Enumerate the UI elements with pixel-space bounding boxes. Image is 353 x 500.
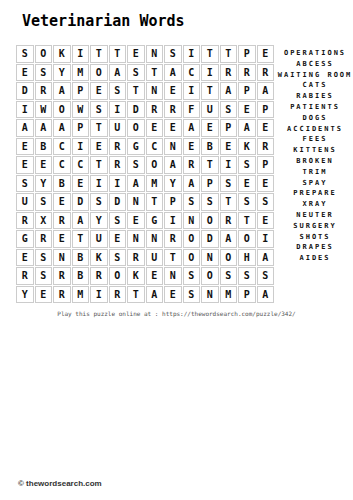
grid-cell[interactable]: E <box>16 156 34 174</box>
grid-cell[interactable]: P <box>257 156 275 174</box>
grid-cell[interactable]: P <box>220 119 238 137</box>
grid-cell[interactable]: I <box>183 82 201 100</box>
word-list-item: PATIENTS <box>277 102 353 113</box>
grid-cell[interactable]: N <box>164 267 182 285</box>
grid-cell[interactable]: E <box>238 175 256 193</box>
grid-cell[interactable]: S <box>183 286 201 304</box>
word-list-item: FEES <box>277 134 353 145</box>
grid-cell[interactable]: O <box>109 267 127 285</box>
grid-cell[interactable]: T <box>90 45 108 63</box>
grid-cell[interactable]: I <box>183 45 201 63</box>
grid-cell[interactable]: K <box>90 249 108 267</box>
grid-cell[interactable]: O <box>127 119 145 137</box>
grid-cell[interactable]: S <box>109 212 127 230</box>
word-list-item: SHOTS <box>277 232 353 243</box>
grid-cell[interactable]: E <box>72 175 90 193</box>
word-list-item: AIDES <box>277 253 353 264</box>
grid-cell[interactable]: R <box>183 156 201 174</box>
grid-cell[interactable]: T <box>201 156 219 174</box>
grid-cell[interactable]: Y <box>90 212 108 230</box>
grid-cell[interactable]: C <box>53 138 71 156</box>
grid-cell[interactable]: R <box>16 267 34 285</box>
grid-cell[interactable]: A <box>16 119 34 137</box>
grid-cell[interactable]: N <box>201 286 219 304</box>
grid-cell[interactable]: E <box>164 286 182 304</box>
grid-cell[interactable]: S <box>35 64 53 82</box>
grid-cell[interactable]: E <box>109 230 127 248</box>
grid-cell[interactable]: N <box>164 138 182 156</box>
grid-cell[interactable]: R <box>220 212 238 230</box>
grid-cell[interactable]: H <box>238 249 256 267</box>
grid-cell[interactable]: B <box>35 138 53 156</box>
grid-cell[interactable]: G <box>146 212 164 230</box>
grid-cell[interactable]: N <box>53 249 71 267</box>
grid-cell[interactable]: O <box>53 101 71 119</box>
grid-cell[interactable]: S <box>35 267 53 285</box>
word-list-item: WAITING ROOM <box>277 70 353 81</box>
grid-cell[interactable]: S <box>201 193 219 211</box>
grid-cell[interactable]: S <box>257 267 275 285</box>
word-list-item: XRAY <box>277 199 353 210</box>
word-search-grid: SOKITTENSITTPEESYMOASTACIRRRDRAPESTNEITA… <box>16 45 274 303</box>
grid-cell[interactable]: I <box>109 175 127 193</box>
grid-cell[interactable]: A <box>35 119 53 137</box>
grid-cell[interactable]: N <box>127 193 145 211</box>
word-list-item: NEUTER <box>277 210 353 221</box>
grid-cell[interactable]: P <box>72 119 90 137</box>
grid-cell[interactable]: E <box>257 45 275 63</box>
grid-cell[interactable]: O <box>146 156 164 174</box>
play-online-note: Play this puzzle online at : https://the… <box>0 310 353 317</box>
word-list: OPERATIONSABCESSWAITING ROOMCATSRABIESPA… <box>277 48 353 264</box>
grid-cell[interactable]: S <box>257 193 275 211</box>
grid-cell[interactable]: O <box>220 249 238 267</box>
grid-cell[interactable]: E <box>35 156 53 174</box>
grid-cell[interactable]: R <box>109 138 127 156</box>
grid-cell[interactable]: O <box>183 249 201 267</box>
grid-cell[interactable]: P <box>238 286 256 304</box>
grid-cell[interactable]: R <box>164 230 182 248</box>
grid-cell[interactable]: R <box>257 64 275 82</box>
grid-cell[interactable]: S <box>127 64 145 82</box>
grid-cell[interactable]: E <box>257 119 275 137</box>
word-list-item: CATS <box>277 80 353 91</box>
grid-cell[interactable]: T <box>90 156 108 174</box>
grid-cell[interactable]: U <box>90 230 108 248</box>
grid-cell[interactable]: T <box>238 212 256 230</box>
grid-cell[interactable]: A <box>220 230 238 248</box>
word-list-item: ABCESS <box>277 59 353 70</box>
grid-cell[interactable]: M <box>146 175 164 193</box>
grid-cell[interactable]: E <box>164 119 182 137</box>
grid-cell[interactable]: A <box>220 82 238 100</box>
grid-cell[interactable]: E <box>53 230 71 248</box>
grid-cell[interactable]: S <box>183 267 201 285</box>
word-list-item: DOGS <box>277 113 353 124</box>
grid-cell[interactable]: R <box>220 64 238 82</box>
grid-cell[interactable]: T <box>201 45 219 63</box>
grid-cell[interactable]: S <box>220 101 238 119</box>
grid-cell[interactable]: R <box>53 267 71 285</box>
grid-cell[interactable]: Y <box>164 175 182 193</box>
grid-cell[interactable]: W <box>72 101 90 119</box>
grid-cell[interactable]: U <box>109 119 127 137</box>
grid-cell[interactable]: F <box>183 101 201 119</box>
grid-cell[interactable]: G <box>127 138 145 156</box>
grid-cell[interactable]: E <box>201 119 219 137</box>
grid-cell[interactable]: E <box>238 101 256 119</box>
grid-cell[interactable]: M <box>220 286 238 304</box>
grid-cell[interactable]: N <box>183 212 201 230</box>
word-list-item: PREPARE <box>277 188 353 199</box>
grid-cell[interactable]: K <box>127 267 145 285</box>
grid-cell[interactable]: I <box>72 138 90 156</box>
grid-cell[interactable]: O <box>183 230 201 248</box>
grid-cell[interactable]: N <box>146 82 164 100</box>
grid-cell[interactable]: B <box>72 249 90 267</box>
grid-cell[interactable]: T <box>146 64 164 82</box>
grid-cell[interactable]: M <box>72 64 90 82</box>
grid-cell[interactable]: B <box>72 267 90 285</box>
grid-cell[interactable]: E <box>127 45 145 63</box>
grid-cell[interactable]: R <box>35 230 53 248</box>
puzzle-page: Veterinarian Words SOKITTENSITTPEESYMOAS… <box>0 0 353 500</box>
grid-cell[interactable]: T <box>90 119 108 137</box>
grid-cell[interactable]: A <box>257 249 275 267</box>
grid-cell[interactable]: A <box>238 119 256 137</box>
grid-cell[interactable]: A <box>257 286 275 304</box>
grid-cell[interactable]: M <box>72 286 90 304</box>
grid-cell[interactable]: G <box>16 230 34 248</box>
grid-cell[interactable]: X <box>35 212 53 230</box>
page-title: Veterinarian Words <box>22 10 185 32</box>
grid-cell[interactable]: E <box>257 175 275 193</box>
word-list-item: DRAPES <box>277 242 353 253</box>
grid-cell[interactable]: O <box>238 230 256 248</box>
grid-cell[interactable]: T <box>146 193 164 211</box>
grid-cell[interactable]: P <box>238 82 256 100</box>
grid-cell[interactable]: C <box>146 138 164 156</box>
grid-cell[interactable]: R <box>146 101 164 119</box>
grid-cell[interactable]: R <box>35 82 53 100</box>
grid-cell[interactable]: I <box>16 101 34 119</box>
grid-cell[interactable]: R <box>16 212 34 230</box>
word-list-item: OPERATIONS <box>277 48 353 59</box>
grid-cell[interactable]: S <box>238 156 256 174</box>
grid-cell[interactable]: I <box>72 45 90 63</box>
grid-cell[interactable]: K <box>238 138 256 156</box>
grid-cell[interactable]: O <box>35 45 53 63</box>
grid-cell[interactable]: S <box>16 175 34 193</box>
grid-cell[interactable]: Y <box>35 175 53 193</box>
grid-cell[interactable]: U <box>146 249 164 267</box>
grid-cell[interactable]: S <box>220 267 238 285</box>
grid-cell[interactable]: S <box>35 249 53 267</box>
grid-cell[interactable]: A <box>164 64 182 82</box>
grid-cell[interactable]: Y <box>16 286 34 304</box>
grid-cell[interactable]: C <box>183 64 201 82</box>
grid-cell[interactable]: O <box>90 64 108 82</box>
word-list-item: SPAY <box>277 178 353 189</box>
grid-cell[interactable]: T <box>72 230 90 248</box>
grid-cell[interactable]: A <box>127 175 145 193</box>
grid-cell[interactable]: T <box>220 193 238 211</box>
word-list-item: TRIM <box>277 167 353 178</box>
grid-cell[interactable]: S <box>109 82 127 100</box>
grid-cell[interactable]: S <box>127 156 145 174</box>
grid-cell[interactable]: D <box>201 230 219 248</box>
grid-cell[interactable]: S <box>183 193 201 211</box>
grid-cell[interactable]: I <box>257 230 275 248</box>
grid-cell[interactable]: N <box>201 249 219 267</box>
grid-cell[interactable]: T <box>127 286 145 304</box>
grid-cell[interactable]: W <box>35 101 53 119</box>
grid-cell[interactable]: S <box>90 101 108 119</box>
grid-cell[interactable]: E <box>146 267 164 285</box>
grid-cell[interactable]: E <box>90 82 108 100</box>
grid-cell[interactable]: S <box>220 175 238 193</box>
grid-cell[interactable]: R <box>238 64 256 82</box>
grid-cell[interactable]: R <box>53 212 71 230</box>
word-list-item: SURGERY <box>277 221 353 232</box>
grid-cell[interactable]: P <box>238 45 256 63</box>
grid-cell[interactable]: U <box>16 193 34 211</box>
grid-cell[interactable]: E <box>16 138 34 156</box>
grid-cell[interactable]: Y <box>53 64 71 82</box>
grid-cell[interactable]: I <box>90 175 108 193</box>
grid-cell[interactable]: E <box>90 138 108 156</box>
grid-cell[interactable]: E <box>183 138 201 156</box>
grid-cell[interactable]: E <box>16 64 34 82</box>
grid-cell[interactable]: S <box>164 45 182 63</box>
grid-cell[interactable]: R <box>127 249 145 267</box>
grid-cell[interactable]: P <box>257 101 275 119</box>
grid-cell[interactable]: S <box>238 193 256 211</box>
grid-cell[interactable]: E <box>53 193 71 211</box>
grid-cell[interactable]: E <box>146 119 164 137</box>
grid-cell[interactable]: T <box>109 45 127 63</box>
grid-cell[interactable]: E <box>35 286 53 304</box>
word-list-item: BROKEN <box>277 156 353 167</box>
grid-cell[interactable]: A <box>53 82 71 100</box>
grid-cell[interactable]: B <box>201 138 219 156</box>
grid-cell[interactable]: D <box>16 82 34 100</box>
grid-cell[interactable]: T <box>164 249 182 267</box>
grid-cell[interactable]: I <box>220 156 238 174</box>
grid-cell[interactable]: A <box>257 82 275 100</box>
grid-cell[interactable]: N <box>146 45 164 63</box>
grid-cell[interactable]: A <box>164 156 182 174</box>
grid-cell[interactable]: U <box>201 101 219 119</box>
grid-cell[interactable]: S <box>109 249 127 267</box>
grid-cell[interactable]: P <box>164 193 182 211</box>
grid-cell[interactable]: I <box>90 286 108 304</box>
word-list-item: ACCIDENTS <box>277 124 353 135</box>
grid-cell[interactable]: K <box>53 45 71 63</box>
grid-cell[interactable]: A <box>72 212 90 230</box>
grid-cell[interactable]: E <box>257 212 275 230</box>
grid-cell[interactable]: S <box>90 193 108 211</box>
grid-cell[interactable]: P <box>201 175 219 193</box>
grid-cell[interactable]: P <box>72 82 90 100</box>
grid-cell[interactable]: N <box>146 230 164 248</box>
grid-cell[interactable]: E <box>16 249 34 267</box>
grid-cell[interactable]: R <box>109 286 127 304</box>
grid-cell[interactable]: A <box>146 286 164 304</box>
grid-cell[interactable]: O <box>201 212 219 230</box>
grid-cell[interactable]: T <box>220 45 238 63</box>
grid-cell[interactable]: D <box>109 193 127 211</box>
grid-cell[interactable]: S <box>35 193 53 211</box>
word-list-item: RABIES <box>277 91 353 102</box>
grid-cell[interactable]: S <box>16 45 34 63</box>
word-list-item: KITTENS <box>277 145 353 156</box>
copyright-label: © thewordsearch.com <box>18 479 102 488</box>
grid-cell[interactable]: R <box>90 267 108 285</box>
grid-cell[interactable]: R <box>257 138 275 156</box>
grid-cell[interactable]: B <box>53 175 71 193</box>
grid-cell[interactable]: I <box>109 101 127 119</box>
grid-cell[interactable]: R <box>164 101 182 119</box>
grid-cell[interactable]: E <box>127 212 145 230</box>
grid-cell[interactable]: D <box>72 193 90 211</box>
grid-cell[interactable]: R <box>109 156 127 174</box>
grid-cell[interactable]: T <box>201 82 219 100</box>
grid-cell[interactable]: I <box>201 64 219 82</box>
grid-cell[interactable]: C <box>72 156 90 174</box>
grid-cell[interactable]: D <box>127 101 145 119</box>
grid-cell[interactable]: E <box>164 82 182 100</box>
grid-cell[interactable]: T <box>127 82 145 100</box>
grid-cell[interactable]: A <box>53 119 71 137</box>
grid-cell[interactable]: N <box>127 230 145 248</box>
grid-cell[interactable]: O <box>201 267 219 285</box>
grid-cell[interactable]: A <box>183 175 201 193</box>
grid-cell[interactable]: S <box>238 267 256 285</box>
grid-cell[interactable]: E <box>220 138 238 156</box>
grid-cell[interactable]: I <box>164 212 182 230</box>
grid-cell[interactable]: A <box>183 119 201 137</box>
grid-cell[interactable]: R <box>53 286 71 304</box>
grid-cell[interactable]: A <box>109 64 127 82</box>
grid-cell[interactable]: C <box>53 156 71 174</box>
